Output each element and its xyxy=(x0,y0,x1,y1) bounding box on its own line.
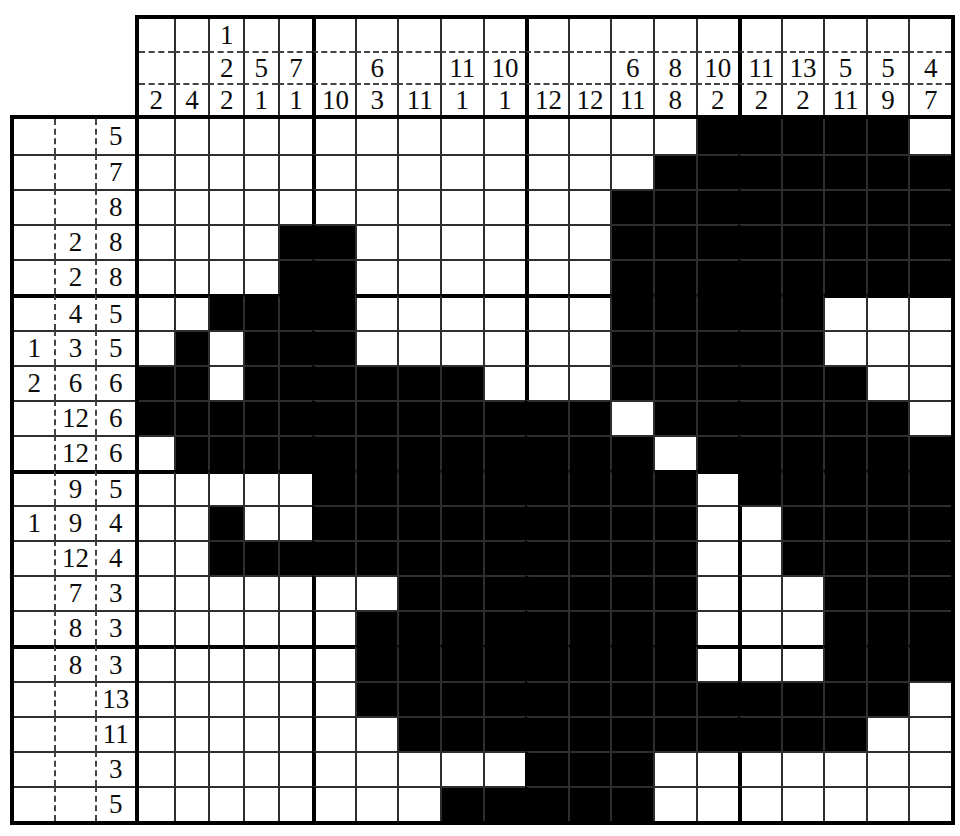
cell-r15-c1[interactable] xyxy=(139,610,174,645)
cell-r13-c20[interactable] xyxy=(908,540,951,575)
cell-r19-c8[interactable] xyxy=(397,751,440,786)
cell-r7-c4[interactable] xyxy=(243,330,278,365)
cell-r13-c18[interactable] xyxy=(823,540,866,575)
cell-r13-c1[interactable] xyxy=(139,540,174,575)
cell-r6-c13[interactable] xyxy=(610,294,653,329)
cell-r6-c7[interactable] xyxy=(355,294,398,329)
cell-r3-c10[interactable] xyxy=(483,189,526,224)
cell-r8-c19[interactable] xyxy=(866,365,909,400)
cell-r10-c1[interactable] xyxy=(139,435,174,470)
cell-r12-c3[interactable] xyxy=(208,505,243,540)
cell-r18-c7[interactable] xyxy=(355,716,398,751)
cell-r8-c13[interactable] xyxy=(610,365,653,400)
cell-r8-c9[interactable] xyxy=(440,365,483,400)
cell-r6-c1[interactable] xyxy=(139,294,174,329)
cell-r18-c20[interactable] xyxy=(908,716,951,751)
cell-r6-c18[interactable] xyxy=(823,294,866,329)
cell-r10-c7[interactable] xyxy=(355,435,398,470)
cell-r14-c3[interactable] xyxy=(208,575,243,610)
cell-r16-c1[interactable] xyxy=(139,645,174,680)
cell-r10-c14[interactable] xyxy=(653,435,696,470)
cell-r20-c8[interactable] xyxy=(397,786,440,821)
cell-r9-c12[interactable] xyxy=(568,400,611,435)
cell-r16-c20[interactable] xyxy=(908,645,951,680)
cell-r18-c14[interactable] xyxy=(653,716,696,751)
cell-r6-c19[interactable] xyxy=(866,294,909,329)
cell-r3-c2[interactable] xyxy=(174,189,209,224)
cell-r11-c19[interactable] xyxy=(866,470,909,505)
cell-r17-c5[interactable] xyxy=(278,681,313,716)
cell-r4-c11[interactable] xyxy=(525,224,568,259)
cell-r4-c8[interactable] xyxy=(397,224,440,259)
cell-r19-c3[interactable] xyxy=(208,751,243,786)
cell-r2-c3[interactable] xyxy=(208,154,243,189)
cell-r12-c11[interactable] xyxy=(525,505,568,540)
cell-r13-c15[interactable] xyxy=(696,540,739,575)
cell-r7-c5[interactable] xyxy=(278,330,313,365)
cell-r12-c5[interactable] xyxy=(278,505,313,540)
cell-r20-c12[interactable] xyxy=(568,786,611,821)
cell-r11-c9[interactable] xyxy=(440,470,483,505)
cell-r18-c5[interactable] xyxy=(278,716,313,751)
cell-r1-c9[interactable] xyxy=(440,119,483,154)
cell-r2-c2[interactable] xyxy=(174,154,209,189)
cell-r14-c18[interactable] xyxy=(823,575,866,610)
cell-r1-c1[interactable] xyxy=(139,119,174,154)
cell-r12-c15[interactable] xyxy=(696,505,739,540)
cell-r19-c13[interactable] xyxy=(610,751,653,786)
cell-r9-c5[interactable] xyxy=(278,400,313,435)
cell-r5-c7[interactable] xyxy=(355,259,398,294)
cell-r7-c1[interactable] xyxy=(139,330,174,365)
cell-r14-c16[interactable] xyxy=(738,575,781,610)
cell-r13-c19[interactable] xyxy=(866,540,909,575)
cell-r3-c9[interactable] xyxy=(440,189,483,224)
cell-r6-c10[interactable] xyxy=(483,294,526,329)
cell-r18-c16[interactable] xyxy=(738,716,781,751)
cell-r10-c17[interactable] xyxy=(781,435,824,470)
cell-r17-c17[interactable] xyxy=(781,681,824,716)
cell-r5-c19[interactable] xyxy=(866,259,909,294)
cell-r12-c18[interactable] xyxy=(823,505,866,540)
cell-r17-c13[interactable] xyxy=(610,681,653,716)
cell-r17-c3[interactable] xyxy=(208,681,243,716)
cell-r6-c9[interactable] xyxy=(440,294,483,329)
cell-r19-c6[interactable] xyxy=(312,751,355,786)
cell-r2-c5[interactable] xyxy=(278,154,313,189)
cell-r17-c12[interactable] xyxy=(568,681,611,716)
cell-r15-c13[interactable] xyxy=(610,610,653,645)
cell-r3-c11[interactable] xyxy=(525,189,568,224)
cell-r14-c17[interactable] xyxy=(781,575,824,610)
cell-r13-c16[interactable] xyxy=(738,540,781,575)
cell-r18-c18[interactable] xyxy=(823,716,866,751)
cell-r2-c13[interactable] xyxy=(610,154,653,189)
cell-r4-c6[interactable] xyxy=(312,224,355,259)
cell-r15-c14[interactable] xyxy=(653,610,696,645)
cell-r10-c5[interactable] xyxy=(278,435,313,470)
cell-r5-c2[interactable] xyxy=(174,259,209,294)
cell-r1-c12[interactable] xyxy=(568,119,611,154)
cell-r17-c16[interactable] xyxy=(738,681,781,716)
cell-r16-c11[interactable] xyxy=(525,645,568,680)
cell-r11-c18[interactable] xyxy=(823,470,866,505)
cell-r4-c19[interactable] xyxy=(866,224,909,259)
cell-r11-c20[interactable] xyxy=(908,470,951,505)
cell-r13-c8[interactable] xyxy=(397,540,440,575)
cell-r2-c18[interactable] xyxy=(823,154,866,189)
cell-r3-c6[interactable] xyxy=(312,189,355,224)
cell-r4-c10[interactable] xyxy=(483,224,526,259)
cell-r1-c8[interactable] xyxy=(397,119,440,154)
cell-r2-c12[interactable] xyxy=(568,154,611,189)
cell-r7-c15[interactable] xyxy=(696,330,739,365)
cell-r13-c12[interactable] xyxy=(568,540,611,575)
cell-r17-c2[interactable] xyxy=(174,681,209,716)
cell-r7-c17[interactable] xyxy=(781,330,824,365)
cell-r2-c11[interactable] xyxy=(525,154,568,189)
cell-r5-c13[interactable] xyxy=(610,259,653,294)
cell-r17-c18[interactable] xyxy=(823,681,866,716)
cell-r16-c10[interactable] xyxy=(483,645,526,680)
cell-r9-c4[interactable] xyxy=(243,400,278,435)
cell-r1-c11[interactable] xyxy=(525,119,568,154)
cell-r10-c8[interactable] xyxy=(397,435,440,470)
cell-r5-c10[interactable] xyxy=(483,259,526,294)
cell-r8-c7[interactable] xyxy=(355,365,398,400)
cell-r3-c12[interactable] xyxy=(568,189,611,224)
cell-r7-c7[interactable] xyxy=(355,330,398,365)
cell-r14-c20[interactable] xyxy=(908,575,951,610)
cell-r2-c17[interactable] xyxy=(781,154,824,189)
cell-r17-c11[interactable] xyxy=(525,681,568,716)
cell-r16-c19[interactable] xyxy=(866,645,909,680)
cell-r15-c19[interactable] xyxy=(866,610,909,645)
cell-r17-c6[interactable] xyxy=(312,681,355,716)
cell-r20-c14[interactable] xyxy=(653,786,696,821)
cell-r14-c11[interactable] xyxy=(525,575,568,610)
cell-r11-c6[interactable] xyxy=(312,470,355,505)
cell-r16-c4[interactable] xyxy=(243,645,278,680)
cell-r13-c11[interactable] xyxy=(525,540,568,575)
cell-r16-c3[interactable] xyxy=(208,645,243,680)
cell-r18-c8[interactable] xyxy=(397,716,440,751)
cell-r15-c16[interactable] xyxy=(738,610,781,645)
cell-r6-c2[interactable] xyxy=(174,294,209,329)
cell-r8-c14[interactable] xyxy=(653,365,696,400)
cell-r1-c13[interactable] xyxy=(610,119,653,154)
cell-r10-c13[interactable] xyxy=(610,435,653,470)
cell-r9-c7[interactable] xyxy=(355,400,398,435)
cell-r13-c17[interactable] xyxy=(781,540,824,575)
cell-r18-c9[interactable] xyxy=(440,716,483,751)
cell-r4-c9[interactable] xyxy=(440,224,483,259)
cell-r7-c11[interactable] xyxy=(525,330,568,365)
cell-r3-c14[interactable] xyxy=(653,189,696,224)
cell-r20-c11[interactable] xyxy=(525,786,568,821)
cell-r1-c4[interactable] xyxy=(243,119,278,154)
cell-r15-c5[interactable] xyxy=(278,610,313,645)
cell-r10-c3[interactable] xyxy=(208,435,243,470)
cell-r18-c12[interactable] xyxy=(568,716,611,751)
cell-r2-c7[interactable] xyxy=(355,154,398,189)
cell-r18-c15[interactable] xyxy=(696,716,739,751)
cell-r17-c10[interactable] xyxy=(483,681,526,716)
cell-r6-c20[interactable] xyxy=(908,294,951,329)
cell-r9-c17[interactable] xyxy=(781,400,824,435)
cell-r17-c14[interactable] xyxy=(653,681,696,716)
cell-r12-c20[interactable] xyxy=(908,505,951,540)
cell-r19-c20[interactable] xyxy=(908,751,951,786)
cell-r9-c1[interactable] xyxy=(139,400,174,435)
cell-r3-c1[interactable] xyxy=(139,189,174,224)
cell-r16-c7[interactable] xyxy=(355,645,398,680)
cell-r9-c2[interactable] xyxy=(174,400,209,435)
cell-r11-c3[interactable] xyxy=(208,470,243,505)
cell-r13-c9[interactable] xyxy=(440,540,483,575)
cell-r10-c11[interactable] xyxy=(525,435,568,470)
cell-r12-c16[interactable] xyxy=(738,505,781,540)
cell-r11-c4[interactable] xyxy=(243,470,278,505)
cell-r19-c4[interactable] xyxy=(243,751,278,786)
cell-r10-c20[interactable] xyxy=(908,435,951,470)
cell-r8-c17[interactable] xyxy=(781,365,824,400)
cell-r20-c5[interactable] xyxy=(278,786,313,821)
cell-r3-c20[interactable] xyxy=(908,189,951,224)
cell-r4-c17[interactable] xyxy=(781,224,824,259)
cell-r7-c10[interactable] xyxy=(483,330,526,365)
cell-r19-c9[interactable] xyxy=(440,751,483,786)
cell-r16-c9[interactable] xyxy=(440,645,483,680)
cell-r3-c17[interactable] xyxy=(781,189,824,224)
cell-r14-c1[interactable] xyxy=(139,575,174,610)
cell-r11-c11[interactable] xyxy=(525,470,568,505)
cell-r11-c15[interactable] xyxy=(696,470,739,505)
cell-r16-c8[interactable] xyxy=(397,645,440,680)
cell-r15-c12[interactable] xyxy=(568,610,611,645)
cell-r1-c19[interactable] xyxy=(866,119,909,154)
cell-r14-c9[interactable] xyxy=(440,575,483,610)
cell-r8-c11[interactable] xyxy=(525,365,568,400)
cell-r1-c20[interactable] xyxy=(908,119,951,154)
cell-r17-c1[interactable] xyxy=(139,681,174,716)
cell-r7-c6[interactable] xyxy=(312,330,355,365)
cell-r4-c5[interactable] xyxy=(278,224,313,259)
cell-r1-c6[interactable] xyxy=(312,119,355,154)
cell-r16-c16[interactable] xyxy=(738,645,781,680)
cell-r1-c7[interactable] xyxy=(355,119,398,154)
cell-r5-c4[interactable] xyxy=(243,259,278,294)
cell-r19-c1[interactable] xyxy=(139,751,174,786)
cell-r18-c19[interactable] xyxy=(866,716,909,751)
cell-r3-c5[interactable] xyxy=(278,189,313,224)
cell-r20-c9[interactable] xyxy=(440,786,483,821)
cell-r2-c9[interactable] xyxy=(440,154,483,189)
cell-r17-c15[interactable] xyxy=(696,681,739,716)
cell-r15-c17[interactable] xyxy=(781,610,824,645)
cell-r13-c13[interactable] xyxy=(610,540,653,575)
cell-r20-c17[interactable] xyxy=(781,786,824,821)
cell-r7-c14[interactable] xyxy=(653,330,696,365)
cell-r6-c12[interactable] xyxy=(568,294,611,329)
cell-r5-c6[interactable] xyxy=(312,259,355,294)
cell-r3-c4[interactable] xyxy=(243,189,278,224)
cell-r20-c2[interactable] xyxy=(174,786,209,821)
cell-r14-c4[interactable] xyxy=(243,575,278,610)
cell-r4-c2[interactable] xyxy=(174,224,209,259)
cell-r11-c12[interactable] xyxy=(568,470,611,505)
cell-r2-c6[interactable] xyxy=(312,154,355,189)
cell-r14-c13[interactable] xyxy=(610,575,653,610)
cell-r7-c18[interactable] xyxy=(823,330,866,365)
cell-r11-c2[interactable] xyxy=(174,470,209,505)
cell-r5-c11[interactable] xyxy=(525,259,568,294)
cell-r8-c12[interactable] xyxy=(568,365,611,400)
cell-r4-c18[interactable] xyxy=(823,224,866,259)
cell-r13-c14[interactable] xyxy=(653,540,696,575)
cell-r17-c4[interactable] xyxy=(243,681,278,716)
cell-r15-c10[interactable] xyxy=(483,610,526,645)
cell-r6-c5[interactable] xyxy=(278,294,313,329)
cell-r20-c20[interactable] xyxy=(908,786,951,821)
cell-r10-c6[interactable] xyxy=(312,435,355,470)
cell-r19-c2[interactable] xyxy=(174,751,209,786)
cell-r19-c5[interactable] xyxy=(278,751,313,786)
cell-r8-c4[interactable] xyxy=(243,365,278,400)
cell-r4-c3[interactable] xyxy=(208,224,243,259)
cell-r3-c13[interactable] xyxy=(610,189,653,224)
cell-r15-c8[interactable] xyxy=(397,610,440,645)
cell-r16-c2[interactable] xyxy=(174,645,209,680)
cell-r15-c15[interactable] xyxy=(696,610,739,645)
cell-r4-c14[interactable] xyxy=(653,224,696,259)
cell-r10-c4[interactable] xyxy=(243,435,278,470)
cell-r6-c11[interactable] xyxy=(525,294,568,329)
cell-r18-c10[interactable] xyxy=(483,716,526,751)
cell-r15-c11[interactable] xyxy=(525,610,568,645)
cell-r8-c8[interactable] xyxy=(397,365,440,400)
cell-r11-c10[interactable] xyxy=(483,470,526,505)
cell-r9-c16[interactable] xyxy=(738,400,781,435)
cell-r16-c14[interactable] xyxy=(653,645,696,680)
cell-r14-c8[interactable] xyxy=(397,575,440,610)
cell-r9-c20[interactable] xyxy=(908,400,951,435)
cell-r8-c3[interactable] xyxy=(208,365,243,400)
cell-r19-c7[interactable] xyxy=(355,751,398,786)
cell-r8-c5[interactable] xyxy=(278,365,313,400)
cell-r1-c18[interactable] xyxy=(823,119,866,154)
cell-r19-c18[interactable] xyxy=(823,751,866,786)
cell-r3-c7[interactable] xyxy=(355,189,398,224)
cell-r8-c18[interactable] xyxy=(823,365,866,400)
cell-r13-c4[interactable] xyxy=(243,540,278,575)
cell-r14-c6[interactable] xyxy=(312,575,355,610)
cell-r10-c16[interactable] xyxy=(738,435,781,470)
cell-r20-c3[interactable] xyxy=(208,786,243,821)
cell-r18-c1[interactable] xyxy=(139,716,174,751)
cell-r6-c14[interactable] xyxy=(653,294,696,329)
cell-r15-c7[interactable] xyxy=(355,610,398,645)
cell-r5-c20[interactable] xyxy=(908,259,951,294)
cell-r2-c19[interactable] xyxy=(866,154,909,189)
cell-r3-c19[interactable] xyxy=(866,189,909,224)
cell-r14-c14[interactable] xyxy=(653,575,696,610)
cell-r5-c8[interactable] xyxy=(397,259,440,294)
cell-r10-c2[interactable] xyxy=(174,435,209,470)
cell-r17-c7[interactable] xyxy=(355,681,398,716)
cell-r13-c3[interactable] xyxy=(208,540,243,575)
cell-r10-c18[interactable] xyxy=(823,435,866,470)
cell-r16-c18[interactable] xyxy=(823,645,866,680)
cell-r13-c2[interactable] xyxy=(174,540,209,575)
cell-r7-c13[interactable] xyxy=(610,330,653,365)
cell-r6-c15[interactable] xyxy=(696,294,739,329)
cell-r1-c14[interactable] xyxy=(653,119,696,154)
cell-r14-c7[interactable] xyxy=(355,575,398,610)
cell-r1-c15[interactable] xyxy=(696,119,739,154)
cell-r1-c2[interactable] xyxy=(174,119,209,154)
cell-r10-c12[interactable] xyxy=(568,435,611,470)
cell-r19-c17[interactable] xyxy=(781,751,824,786)
cell-r10-c10[interactable] xyxy=(483,435,526,470)
cell-r4-c16[interactable] xyxy=(738,224,781,259)
cell-r20-c1[interactable] xyxy=(139,786,174,821)
cell-r9-c3[interactable] xyxy=(208,400,243,435)
cell-r16-c5[interactable] xyxy=(278,645,313,680)
cell-r15-c3[interactable] xyxy=(208,610,243,645)
cell-r5-c18[interactable] xyxy=(823,259,866,294)
cell-r10-c15[interactable] xyxy=(696,435,739,470)
cell-r14-c10[interactable] xyxy=(483,575,526,610)
cell-r5-c9[interactable] xyxy=(440,259,483,294)
cell-r2-c10[interactable] xyxy=(483,154,526,189)
cell-r15-c18[interactable] xyxy=(823,610,866,645)
cell-r16-c6[interactable] xyxy=(312,645,355,680)
cell-r2-c1[interactable] xyxy=(139,154,174,189)
cell-r8-c2[interactable] xyxy=(174,365,209,400)
cell-r9-c6[interactable] xyxy=(312,400,355,435)
cell-r12-c12[interactable] xyxy=(568,505,611,540)
cell-r8-c16[interactable] xyxy=(738,365,781,400)
cell-r19-c14[interactable] xyxy=(653,751,696,786)
cell-r9-c15[interactable] xyxy=(696,400,739,435)
cell-r11-c14[interactable] xyxy=(653,470,696,505)
cell-r14-c2[interactable] xyxy=(174,575,209,610)
cell-r7-c20[interactable] xyxy=(908,330,951,365)
cell-r17-c20[interactable] xyxy=(908,681,951,716)
cell-r4-c4[interactable] xyxy=(243,224,278,259)
cell-r5-c12[interactable] xyxy=(568,259,611,294)
cell-r3-c15[interactable] xyxy=(696,189,739,224)
cell-r14-c19[interactable] xyxy=(866,575,909,610)
cell-r11-c17[interactable] xyxy=(781,470,824,505)
cell-r16-c13[interactable] xyxy=(610,645,653,680)
cell-r4-c20[interactable] xyxy=(908,224,951,259)
cell-r5-c1[interactable] xyxy=(139,259,174,294)
cell-r13-c7[interactable] xyxy=(355,540,398,575)
cell-r7-c19[interactable] xyxy=(866,330,909,365)
cell-r8-c15[interactable] xyxy=(696,365,739,400)
cell-r9-c13[interactable] xyxy=(610,400,653,435)
cell-r1-c3[interactable] xyxy=(208,119,243,154)
cell-r1-c10[interactable] xyxy=(483,119,526,154)
cell-r6-c6[interactable] xyxy=(312,294,355,329)
cell-r8-c1[interactable] xyxy=(139,365,174,400)
cell-r19-c19[interactable] xyxy=(866,751,909,786)
cell-r14-c12[interactable] xyxy=(568,575,611,610)
cell-r3-c8[interactable] xyxy=(397,189,440,224)
cell-r20-c18[interactable] xyxy=(823,786,866,821)
